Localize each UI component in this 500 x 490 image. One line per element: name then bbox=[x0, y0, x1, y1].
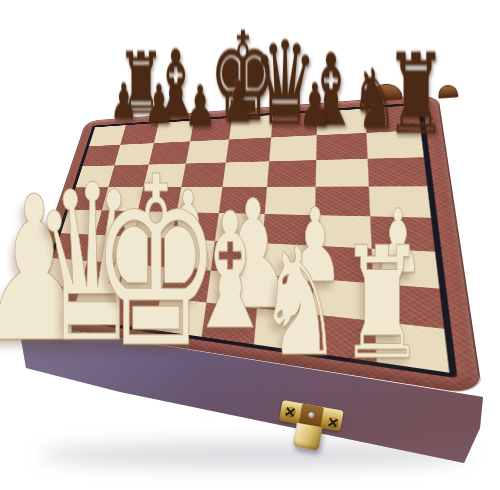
square-g6 bbox=[316, 159, 369, 187]
piece-black-pawn-f7: ♟ bbox=[298, 75, 331, 135]
piece-white-knight-f1: ♞ bbox=[258, 227, 341, 377]
piece-white-rook-g1: ♜ bbox=[339, 226, 425, 381]
piece-black-pawn-a7: ♟ bbox=[110, 77, 138, 127]
clasp-pin bbox=[308, 412, 315, 419]
square-h6 bbox=[368, 157, 428, 186]
clasp-tongue bbox=[293, 423, 323, 451]
piece-black-pawn-d7: ♟ bbox=[222, 73, 254, 130]
chess-set-photo: ♜♟♝♟♟♚♟♛♝♟♞♜♟♟♟♟♝♞♜♟♛♚ bbox=[0, 0, 500, 490]
clasp-screw-right-icon bbox=[327, 416, 340, 429]
clasp-screw-left-icon bbox=[284, 406, 297, 419]
piece-black-rook-h8: ♜ bbox=[385, 39, 447, 150]
piece-black-pawn-b7: ♟ bbox=[144, 78, 174, 132]
piece-white-king-c2: ♚ bbox=[91, 146, 221, 380]
